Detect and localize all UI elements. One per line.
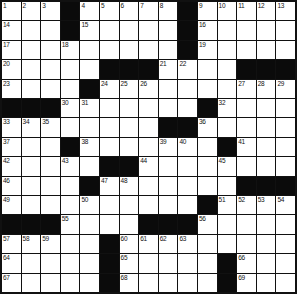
clue-number: 25 bbox=[121, 80, 128, 88]
clue-number: 11 bbox=[238, 2, 244, 10]
clue-number: 65 bbox=[121, 254, 128, 262]
letter-cell[interactable] bbox=[41, 254, 60, 272]
clue-number: 52 bbox=[238, 196, 245, 204]
letter-cell[interactable]: 35 bbox=[41, 118, 60, 136]
block-cell bbox=[100, 235, 119, 253]
letter-cell[interactable]: 67 bbox=[2, 274, 21, 292]
letter-cell[interactable]: 12 bbox=[257, 2, 276, 20]
letter-cell[interactable]: 56 bbox=[198, 215, 217, 233]
letter-cell[interactable] bbox=[61, 60, 80, 78]
letter-cell[interactable] bbox=[80, 215, 99, 233]
clue-number: 5 bbox=[101, 2, 104, 10]
clue-number: 38 bbox=[81, 138, 88, 146]
letter-cell[interactable]: 40 bbox=[178, 138, 197, 156]
block-cell bbox=[22, 215, 41, 233]
block-cell bbox=[120, 157, 139, 175]
letter-cell[interactable] bbox=[100, 196, 119, 214]
letter-cell[interactable] bbox=[120, 196, 139, 214]
letter-cell[interactable] bbox=[61, 177, 80, 195]
clue-number: 28 bbox=[258, 80, 265, 88]
letter-cell[interactable] bbox=[100, 215, 119, 233]
block-cell bbox=[218, 138, 237, 156]
letter-cell[interactable]: 28 bbox=[257, 80, 276, 98]
letter-cell[interactable] bbox=[159, 99, 178, 117]
letter-cell[interactable] bbox=[22, 60, 41, 78]
letter-cell[interactable]: 46 bbox=[2, 177, 21, 195]
block-cell bbox=[257, 60, 276, 78]
letter-cell[interactable] bbox=[257, 118, 276, 136]
letter-cell[interactable] bbox=[178, 254, 197, 272]
clue-number: 10 bbox=[219, 2, 226, 10]
letter-cell[interactable] bbox=[159, 41, 178, 59]
letter-cell[interactable] bbox=[120, 21, 139, 39]
clue-number: 8 bbox=[160, 2, 163, 10]
block-cell bbox=[198, 196, 217, 214]
letter-cell[interactable] bbox=[22, 274, 41, 292]
letter-cell[interactable] bbox=[41, 274, 60, 292]
letter-cell[interactable]: 18 bbox=[61, 41, 80, 59]
letter-cell[interactable]: 14 bbox=[2, 21, 21, 39]
letter-cell[interactable] bbox=[257, 254, 276, 272]
letter-cell[interactable] bbox=[178, 99, 197, 117]
clue-number: 6 bbox=[121, 2, 124, 10]
letter-cell[interactable] bbox=[41, 21, 60, 39]
letter-cell[interactable]: 37 bbox=[2, 138, 21, 156]
letter-cell[interactable] bbox=[100, 41, 119, 59]
letter-cell[interactable]: 34 bbox=[22, 118, 41, 136]
clue-number: 1 bbox=[3, 2, 6, 10]
letter-cell[interactable] bbox=[218, 80, 237, 98]
block-cell bbox=[178, 118, 197, 136]
letter-cell[interactable] bbox=[237, 99, 256, 117]
letter-cell[interactable]: 57 bbox=[2, 235, 21, 253]
letter-cell[interactable] bbox=[257, 99, 276, 117]
clue-number: 4 bbox=[81, 2, 84, 10]
clue-number: 68 bbox=[121, 274, 128, 282]
block-cell bbox=[120, 60, 139, 78]
clue-number: 24 bbox=[101, 80, 108, 88]
letter-cell[interactable] bbox=[276, 235, 295, 253]
letter-cell[interactable] bbox=[159, 21, 178, 39]
block-cell bbox=[80, 177, 99, 195]
letter-cell[interactable]: 16 bbox=[198, 21, 217, 39]
clue-number: 63 bbox=[179, 235, 186, 243]
letter-cell[interactable] bbox=[159, 177, 178, 195]
letter-cell[interactable]: 63 bbox=[178, 235, 197, 253]
letter-cell[interactable]: 62 bbox=[159, 235, 178, 253]
letter-cell[interactable] bbox=[139, 274, 158, 292]
letter-cell[interactable] bbox=[237, 235, 256, 253]
letter-cell[interactable]: 53 bbox=[257, 196, 276, 214]
letter-cell[interactable]: 3 bbox=[41, 2, 60, 20]
letter-cell[interactable] bbox=[198, 177, 217, 195]
letter-cell[interactable] bbox=[159, 80, 178, 98]
letter-cell[interactable] bbox=[159, 196, 178, 214]
letter-cell[interactable]: 20 bbox=[2, 60, 21, 78]
letter-cell[interactable]: 6 bbox=[120, 2, 139, 20]
letter-cell[interactable] bbox=[218, 235, 237, 253]
block-cell bbox=[276, 177, 295, 195]
letter-cell[interactable] bbox=[198, 157, 217, 175]
letter-cell[interactable] bbox=[218, 60, 237, 78]
letter-cell[interactable] bbox=[198, 60, 217, 78]
clue-number: 35 bbox=[42, 118, 49, 126]
block-cell bbox=[100, 274, 119, 292]
letter-cell[interactable]: 7 bbox=[139, 2, 158, 20]
clue-number: 29 bbox=[277, 80, 284, 88]
letter-cell[interactable] bbox=[22, 80, 41, 98]
letter-cell[interactable]: 30 bbox=[61, 99, 80, 117]
clue-number: 39 bbox=[160, 138, 167, 146]
letter-cell[interactable]: 23 bbox=[2, 80, 21, 98]
letter-cell[interactable] bbox=[80, 41, 99, 59]
letter-cell[interactable]: 32 bbox=[218, 99, 237, 117]
block-cell bbox=[178, 215, 197, 233]
letter-cell[interactable] bbox=[257, 41, 276, 59]
letter-cell[interactable]: 2 bbox=[22, 2, 41, 20]
block-cell bbox=[139, 60, 158, 78]
letter-cell[interactable] bbox=[61, 254, 80, 272]
clue-number: 55 bbox=[62, 215, 69, 223]
clue-number: 43 bbox=[62, 157, 69, 165]
letter-cell[interactable]: 44 bbox=[139, 157, 158, 175]
clue-number: 14 bbox=[3, 21, 10, 29]
clue-number: 45 bbox=[219, 157, 226, 165]
clue-number: 69 bbox=[238, 274, 245, 282]
letter-cell[interactable] bbox=[257, 215, 276, 233]
block-cell bbox=[178, 2, 197, 20]
letter-cell[interactable] bbox=[276, 274, 295, 292]
block-cell bbox=[41, 215, 60, 233]
crossword-puzzle: 1234567891011121314151617181920212223242… bbox=[0, 0, 297, 294]
letter-cell[interactable] bbox=[218, 215, 237, 233]
block-cell bbox=[100, 157, 119, 175]
letter-cell[interactable] bbox=[22, 157, 41, 175]
letter-cell[interactable]: 49 bbox=[2, 196, 21, 214]
block-cell bbox=[237, 60, 256, 78]
clue-number: 9 bbox=[199, 2, 202, 10]
letter-cell[interactable] bbox=[237, 157, 256, 175]
letter-cell[interactable]: 10 bbox=[218, 2, 237, 20]
clue-number: 26 bbox=[140, 80, 147, 88]
letter-cell[interactable] bbox=[139, 196, 158, 214]
clue-number: 7 bbox=[140, 2, 143, 10]
clue-number: 40 bbox=[179, 138, 186, 146]
letter-cell[interactable] bbox=[276, 118, 295, 136]
clue-number: 31 bbox=[81, 99, 88, 107]
clue-number: 58 bbox=[23, 235, 30, 243]
block-cell bbox=[80, 80, 99, 98]
letter-cell[interactable] bbox=[276, 215, 295, 233]
block-cell bbox=[2, 215, 21, 233]
block-cell bbox=[178, 21, 197, 39]
letter-cell[interactable]: 13 bbox=[276, 2, 295, 20]
block-cell bbox=[178, 41, 197, 59]
clue-number: 66 bbox=[238, 254, 245, 262]
letter-cell[interactable] bbox=[22, 41, 41, 59]
letter-cell[interactable]: 60 bbox=[120, 235, 139, 253]
letter-cell[interactable] bbox=[276, 254, 295, 272]
letter-cell[interactable] bbox=[22, 177, 41, 195]
letter-cell[interactable]: 39 bbox=[159, 138, 178, 156]
letter-cell[interactable] bbox=[139, 21, 158, 39]
letter-cell[interactable] bbox=[198, 274, 217, 292]
letter-cell[interactable]: 33 bbox=[2, 118, 21, 136]
block-cell bbox=[218, 254, 237, 272]
letter-cell[interactable]: 69 bbox=[237, 274, 256, 292]
clue-number: 54 bbox=[277, 196, 284, 204]
clue-number: 30 bbox=[62, 99, 69, 107]
letter-cell[interactable] bbox=[198, 138, 217, 156]
letter-cell[interactable] bbox=[237, 118, 256, 136]
clue-number: 13 bbox=[277, 2, 284, 10]
letter-cell[interactable] bbox=[120, 99, 139, 117]
letter-cell[interactable]: 21 bbox=[159, 60, 178, 78]
clue-number: 46 bbox=[3, 177, 10, 185]
letter-cell[interactable] bbox=[257, 157, 276, 175]
block-cell bbox=[198, 99, 217, 117]
letter-cell[interactable]: 27 bbox=[237, 80, 256, 98]
letter-cell[interactable]: 15 bbox=[80, 21, 99, 39]
letter-cell[interactable] bbox=[237, 41, 256, 59]
letter-cell[interactable] bbox=[100, 21, 119, 39]
letter-cell[interactable]: 68 bbox=[120, 274, 139, 292]
letter-cell[interactable] bbox=[139, 138, 158, 156]
letter-cell[interactable]: 42 bbox=[2, 157, 21, 175]
block-cell bbox=[257, 177, 276, 195]
letter-cell[interactable] bbox=[139, 41, 158, 59]
letter-cell[interactable]: 41 bbox=[237, 138, 256, 156]
block-cell bbox=[61, 2, 80, 20]
clue-number: 60 bbox=[121, 235, 128, 243]
letter-cell[interactable]: 29 bbox=[276, 80, 295, 98]
letter-cell[interactable]: 52 bbox=[237, 196, 256, 214]
letter-cell[interactable] bbox=[237, 215, 256, 233]
letter-cell[interactable] bbox=[276, 138, 295, 156]
block-cell bbox=[100, 60, 119, 78]
letter-cell[interactable] bbox=[41, 157, 60, 175]
letter-cell[interactable] bbox=[22, 254, 41, 272]
letter-cell[interactable]: 1 bbox=[2, 2, 21, 20]
crossword-board: 1234567891011121314151617181920212223242… bbox=[0, 0, 297, 294]
letter-cell[interactable] bbox=[22, 21, 41, 39]
letter-cell[interactable] bbox=[100, 118, 119, 136]
letter-cell[interactable]: 58 bbox=[22, 235, 41, 253]
block-cell bbox=[218, 274, 237, 292]
clue-number: 19 bbox=[199, 41, 206, 49]
letter-cell[interactable]: 51 bbox=[218, 196, 237, 214]
letter-cell[interactable] bbox=[178, 274, 197, 292]
letter-cell[interactable] bbox=[80, 274, 99, 292]
clue-number: 18 bbox=[62, 41, 69, 49]
block-cell bbox=[159, 215, 178, 233]
letter-cell[interactable] bbox=[139, 177, 158, 195]
letter-cell[interactable]: 31 bbox=[80, 99, 99, 117]
clue-number: 3 bbox=[42, 2, 45, 10]
letter-cell[interactable]: 54 bbox=[276, 196, 295, 214]
letter-cell[interactable] bbox=[237, 21, 256, 39]
letter-cell[interactable] bbox=[80, 118, 99, 136]
clue-number: 62 bbox=[160, 235, 167, 243]
letter-cell[interactable] bbox=[276, 21, 295, 39]
letter-cell[interactable]: 22 bbox=[178, 60, 197, 78]
letter-cell[interactable] bbox=[178, 80, 197, 98]
letter-cell[interactable] bbox=[22, 196, 41, 214]
clue-number: 36 bbox=[199, 118, 206, 126]
letter-cell[interactable]: 5 bbox=[100, 2, 119, 20]
letter-cell[interactable] bbox=[198, 80, 217, 98]
letter-cell[interactable]: 24 bbox=[100, 80, 119, 98]
letter-cell[interactable] bbox=[61, 118, 80, 136]
clue-number: 51 bbox=[219, 196, 226, 204]
clue-number: 42 bbox=[3, 157, 10, 165]
letter-cell[interactable] bbox=[80, 254, 99, 272]
clue-number: 48 bbox=[121, 177, 128, 185]
clue-number: 21 bbox=[160, 60, 167, 68]
block-cell bbox=[2, 99, 21, 117]
clue-number: 57 bbox=[3, 235, 10, 243]
letter-cell[interactable] bbox=[198, 235, 217, 253]
letter-cell[interactable] bbox=[80, 157, 99, 175]
clue-number: 53 bbox=[258, 196, 265, 204]
letter-cell[interactable] bbox=[100, 138, 119, 156]
letter-cell[interactable]: 66 bbox=[237, 254, 256, 272]
letter-cell[interactable]: 59 bbox=[41, 235, 60, 253]
letter-cell[interactable] bbox=[22, 138, 41, 156]
letter-cell[interactable] bbox=[80, 60, 99, 78]
letter-cell[interactable] bbox=[61, 235, 80, 253]
letter-cell[interactable] bbox=[41, 196, 60, 214]
letter-cell[interactable] bbox=[218, 21, 237, 39]
letter-cell[interactable]: 38 bbox=[80, 138, 99, 156]
letter-cell[interactable]: 48 bbox=[120, 177, 139, 195]
letter-cell[interactable]: 8 bbox=[159, 2, 178, 20]
letter-cell[interactable] bbox=[159, 157, 178, 175]
clue-number: 16 bbox=[199, 21, 206, 29]
block-cell bbox=[139, 215, 158, 233]
letter-cell[interactable] bbox=[276, 41, 295, 59]
letter-cell[interactable] bbox=[218, 118, 237, 136]
letter-cell[interactable] bbox=[257, 235, 276, 253]
letter-cell[interactable]: 26 bbox=[139, 80, 158, 98]
letter-cell[interactable] bbox=[218, 41, 237, 59]
letter-cell[interactable]: 19 bbox=[198, 41, 217, 59]
letter-cell[interactable] bbox=[120, 138, 139, 156]
block-cell bbox=[22, 99, 41, 117]
letter-cell[interactable] bbox=[178, 157, 197, 175]
block-cell bbox=[276, 60, 295, 78]
letter-cell[interactable] bbox=[198, 254, 217, 272]
clue-number: 59 bbox=[42, 235, 49, 243]
letter-cell[interactable]: 61 bbox=[139, 235, 158, 253]
clue-number: 50 bbox=[81, 196, 88, 204]
letter-cell[interactable] bbox=[120, 215, 139, 233]
letter-cell[interactable] bbox=[218, 177, 237, 195]
letter-cell[interactable] bbox=[120, 41, 139, 59]
letter-cell[interactable]: 45 bbox=[218, 157, 237, 175]
clue-number: 22 bbox=[179, 60, 186, 68]
clue-number: 17 bbox=[3, 41, 10, 49]
letter-cell[interactable] bbox=[178, 196, 197, 214]
letter-cell[interactable] bbox=[139, 99, 158, 117]
clue-number: 37 bbox=[3, 138, 10, 146]
letter-cell[interactable]: 36 bbox=[198, 118, 217, 136]
letter-cell[interactable] bbox=[159, 254, 178, 272]
letter-cell[interactable] bbox=[41, 177, 60, 195]
letter-cell[interactable] bbox=[276, 99, 295, 117]
clue-number: 32 bbox=[219, 99, 226, 107]
letter-cell[interactable] bbox=[139, 118, 158, 136]
letter-cell[interactable]: 4 bbox=[80, 2, 99, 20]
letter-cell[interactable] bbox=[80, 235, 99, 253]
letter-cell[interactable]: 47 bbox=[100, 177, 119, 195]
clue-number: 15 bbox=[81, 21, 88, 29]
letter-cell[interactable]: 65 bbox=[120, 254, 139, 272]
letter-cell[interactable] bbox=[41, 138, 60, 156]
letter-cell[interactable] bbox=[100, 99, 119, 117]
letter-cell[interactable] bbox=[139, 254, 158, 272]
clue-number: 49 bbox=[3, 196, 10, 204]
block-cell bbox=[100, 254, 119, 272]
letter-cell[interactable] bbox=[61, 80, 80, 98]
clue-number: 47 bbox=[101, 177, 108, 185]
letter-cell[interactable]: 17 bbox=[2, 41, 21, 59]
letter-cell[interactable] bbox=[257, 274, 276, 292]
letter-cell[interactable]: 25 bbox=[120, 80, 139, 98]
clue-number: 33 bbox=[3, 118, 10, 126]
clue-number: 27 bbox=[238, 80, 245, 88]
clue-number: 20 bbox=[3, 60, 10, 68]
block-cell bbox=[61, 21, 80, 39]
clue-number: 61 bbox=[140, 235, 147, 243]
letter-cell[interactable] bbox=[257, 21, 276, 39]
clue-number: 44 bbox=[140, 157, 147, 165]
letter-cell[interactable]: 50 bbox=[80, 196, 99, 214]
letter-cell[interactable] bbox=[257, 138, 276, 156]
clue-number: 67 bbox=[3, 274, 10, 282]
letter-cell[interactable] bbox=[41, 80, 60, 98]
letter-cell[interactable]: 9 bbox=[198, 2, 217, 20]
letter-cell[interactable] bbox=[178, 177, 197, 195]
block-cell bbox=[61, 138, 80, 156]
letter-cell[interactable]: 11 bbox=[237, 2, 256, 20]
clue-number: 34 bbox=[23, 118, 30, 126]
block-cell bbox=[237, 177, 256, 195]
clue-number: 41 bbox=[238, 138, 245, 146]
clue-number: 23 bbox=[3, 80, 10, 88]
letter-cell[interactable] bbox=[41, 41, 60, 59]
clue-number: 56 bbox=[199, 215, 206, 223]
clue-number: 12 bbox=[258, 2, 265, 10]
letter-cell[interactable] bbox=[61, 274, 80, 292]
letter-cell[interactable] bbox=[120, 118, 139, 136]
letter-cell[interactable]: 43 bbox=[61, 157, 80, 175]
clue-number: 64 bbox=[3, 254, 10, 262]
block-cell bbox=[41, 99, 60, 117]
letter-cell[interactable] bbox=[41, 60, 60, 78]
letter-cell[interactable] bbox=[61, 196, 80, 214]
letter-cell[interactable] bbox=[276, 157, 295, 175]
block-cell bbox=[159, 118, 178, 136]
letter-cell[interactable] bbox=[159, 274, 178, 292]
clue-number: 2 bbox=[23, 2, 26, 10]
letter-cell[interactable]: 64 bbox=[2, 254, 21, 272]
letter-cell[interactable]: 55 bbox=[61, 215, 80, 233]
